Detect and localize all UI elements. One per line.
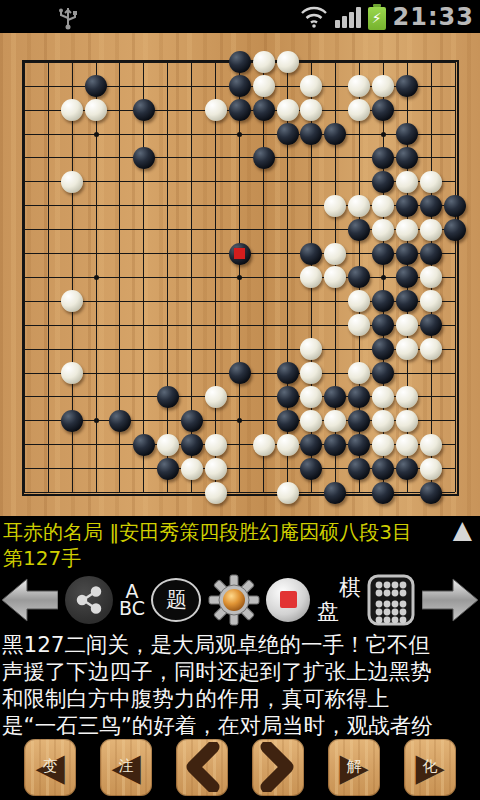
- white-stone: [420, 434, 442, 456]
- black-stone: [300, 434, 322, 456]
- abacus-icon: [367, 574, 415, 626]
- black-stone: [277, 123, 299, 145]
- title-bar: 耳赤的名局 ‖安田秀策四段胜幻庵因硕八段3目 第127手 ▲: [0, 516, 480, 570]
- white-stone: [396, 410, 418, 432]
- prev-button[interactable]: [2, 577, 58, 623]
- white-stone: [396, 219, 418, 241]
- star-point: [237, 132, 242, 137]
- black-stone: [324, 482, 346, 504]
- black-stone: [348, 410, 370, 432]
- variation-button[interactable]: ◀ 变: [24, 739, 76, 796]
- star-point: [381, 275, 386, 280]
- black-stone: [348, 458, 370, 480]
- black-stone: [133, 434, 155, 456]
- black-stone: [253, 99, 275, 121]
- annotation-button[interactable]: ◀ 注: [100, 739, 152, 796]
- red-square-icon: [280, 591, 297, 608]
- white-stone: [157, 434, 179, 456]
- black-stone: [157, 386, 179, 408]
- black-stone: [109, 410, 131, 432]
- battery-charging-icon: ⚡: [368, 4, 386, 30]
- white-stone: [324, 195, 346, 217]
- wood-background: [0, 33, 480, 516]
- black-stone: [181, 434, 203, 456]
- black-stone: [300, 458, 322, 480]
- board-view-button[interactable]: 棋 盘: [317, 575, 361, 625]
- white-stone: [396, 386, 418, 408]
- black-stone: [133, 99, 155, 121]
- black-stone: [229, 243, 251, 265]
- white-stone: [396, 434, 418, 456]
- black-stone: [133, 147, 155, 169]
- step-back-button[interactable]: [176, 739, 228, 796]
- black-stone: [324, 434, 346, 456]
- white-stone: [372, 195, 394, 217]
- black-stone: [396, 147, 418, 169]
- white-stone: [253, 51, 275, 73]
- problem-button[interactable]: 题: [151, 578, 201, 622]
- grid-line-v: [455, 62, 456, 492]
- white-stone: [324, 243, 346, 265]
- black-stone: [61, 410, 83, 432]
- black-stone: [396, 195, 418, 217]
- next-button[interactable]: [422, 577, 478, 623]
- white-stone: [205, 386, 227, 408]
- black-stone: [444, 195, 466, 217]
- white-stone: [348, 195, 370, 217]
- go-board[interactable]: [0, 33, 480, 516]
- black-stone: [444, 219, 466, 241]
- white-stone: [61, 171, 83, 193]
- black-stone: [348, 219, 370, 241]
- black-stone: [157, 458, 179, 480]
- transform-button[interactable]: ▶ 化: [404, 739, 456, 796]
- white-stone: [253, 75, 275, 97]
- explain-button[interactable]: ▶ 解: [328, 739, 380, 796]
- mark-move-button[interactable]: [266, 578, 310, 622]
- white-stone: [372, 219, 394, 241]
- white-stone: [61, 362, 83, 384]
- white-stone: [61, 99, 83, 121]
- white-stone: [277, 51, 299, 73]
- star-point: [94, 132, 99, 137]
- black-stone: [372, 482, 394, 504]
- white-stone: [277, 434, 299, 456]
- last-move-marker: [234, 248, 245, 259]
- black-stone: [229, 51, 251, 73]
- right-arrow-icon: [422, 577, 478, 623]
- grid-line-v: [263, 62, 264, 492]
- count-button[interactable]: [367, 574, 415, 626]
- black-stone: [277, 410, 299, 432]
- black-stone: [181, 410, 203, 432]
- signal-bars-icon: [335, 6, 361, 28]
- white-stone: [420, 171, 442, 193]
- star-point: [381, 132, 386, 137]
- black-stone: [300, 243, 322, 265]
- clock-time: 21:33: [393, 3, 474, 31]
- black-stone: [229, 99, 251, 121]
- usb-icon: [55, 4, 81, 30]
- black-stone: [229, 362, 251, 384]
- white-stone: [205, 99, 227, 121]
- black-stone: [396, 458, 418, 480]
- label-mode-button[interactable]: ABC: [119, 583, 145, 617]
- black-stone: [372, 458, 394, 480]
- black-stone: [396, 243, 418, 265]
- star-point: [94, 275, 99, 280]
- black-stone: [420, 195, 442, 217]
- white-stone: [277, 482, 299, 504]
- white-stone: [420, 219, 442, 241]
- white-stone: [181, 458, 203, 480]
- black-stone: [277, 362, 299, 384]
- white-stone: [396, 171, 418, 193]
- white-stone: [205, 458, 227, 480]
- problem-label: 题: [166, 586, 187, 614]
- amber-ball: [223, 589, 245, 611]
- black-stone: [420, 243, 442, 265]
- white-stone: [205, 482, 227, 504]
- star-point: [94, 418, 99, 423]
- chevron-left-icon: [182, 742, 222, 792]
- bottom-button-bar: ◀ 变 ◀ 注 ▶ 解 ▶ 化: [0, 736, 480, 798]
- black-stone: [420, 482, 442, 504]
- white-stone: [205, 434, 227, 456]
- black-stone: [348, 434, 370, 456]
- white-stone: [372, 410, 394, 432]
- collapse-panel-icon[interactable]: ▲: [453, 516, 472, 544]
- status-bar: ⚡ 21:33: [0, 0, 480, 33]
- white-stone: [372, 434, 394, 456]
- black-stone: [372, 171, 394, 193]
- wifi-icon: [300, 6, 328, 28]
- app-screen: ⚡ 21:33 耳赤的名局 ‖安田秀策四段胜幻庵因硕八段3目 第127手 ▲: [0, 0, 480, 800]
- black-stone: [277, 386, 299, 408]
- white-stone: [85, 99, 107, 121]
- move-number-label: 第127手: [3, 545, 81, 572]
- game-title: 耳赤的名局 ‖安田秀策四段胜幻庵因硕八段3目: [3, 519, 443, 546]
- black-stone: [229, 75, 251, 97]
- chevron-right-icon: [258, 742, 298, 792]
- white-stone: [253, 434, 275, 456]
- settings-button[interactable]: [208, 574, 260, 626]
- white-stone: [420, 458, 442, 480]
- share-button[interactable]: [65, 576, 113, 624]
- black-stone: [372, 243, 394, 265]
- step-forward-button[interactable]: [252, 739, 304, 796]
- left-arrow-icon: [2, 577, 58, 623]
- share-icon: [74, 585, 104, 615]
- toolbar: ABC 题: [0, 570, 480, 629]
- black-stone: [253, 147, 275, 169]
- white-stone: [277, 99, 299, 121]
